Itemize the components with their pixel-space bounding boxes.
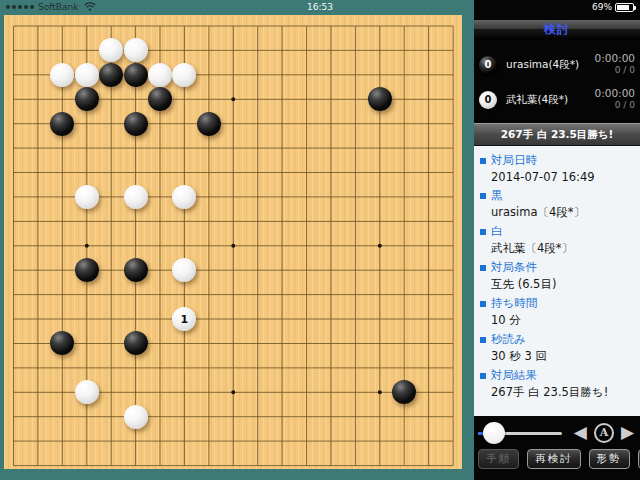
info-item-white: 白 武礼葉〔4段*〕	[478, 224, 636, 256]
white-stone	[148, 63, 172, 87]
bullet-icon	[480, 229, 486, 235]
info-label: 対局結果	[491, 368, 537, 383]
black-stone	[124, 258, 148, 282]
black-stone	[50, 112, 74, 136]
panel-title: 検討	[544, 21, 570, 38]
info-value: urasima〔4段*〕	[491, 205, 636, 220]
info-label: 持ち時間	[491, 296, 537, 311]
black-clock-time: 0:00:00	[595, 52, 635, 65]
info-item-main-time: 持ち時間 10 分	[478, 296, 636, 328]
black-captures-stone-icon: 0	[479, 56, 497, 74]
white-captures-stone-icon: 0	[479, 91, 497, 109]
info-item-result: 対局結果 267手 白 23.5目勝ち!	[478, 368, 636, 400]
white-stone	[124, 405, 148, 429]
white-stone	[75, 380, 99, 404]
go-board-area: 1	[0, 0, 474, 480]
slider-thumb[interactable]	[483, 422, 505, 444]
white-player-name: 武礼葉(4段*)	[506, 93, 595, 107]
white-stone	[124, 38, 148, 62]
info-value: 30 秒 3 回	[491, 349, 636, 364]
board-grid	[4, 15, 462, 469]
status-bar: SoftBank 16:53 69%	[0, 0, 640, 15]
black-stone	[124, 112, 148, 136]
black-player-clock: 0:00:00 0 / 0	[595, 52, 635, 76]
go-board[interactable]: 1	[4, 15, 462, 469]
bullet-icon	[480, 373, 486, 379]
next-move-button[interactable]: ▶	[621, 424, 634, 441]
info-value: 267手 白 23.5目勝ち!	[491, 385, 636, 400]
status-clock: 16:53	[0, 2, 640, 12]
game-info-list: 対局日時 2014-07-07 16:49 黒 urasima〔4段*〕 白 武…	[474, 146, 640, 416]
white-clock-periods: 0 / 0	[595, 100, 635, 111]
result-bar: 267手 白 23.5目勝ち!	[474, 123, 640, 146]
info-label: 対局日時	[491, 153, 537, 168]
player-row-black: 0 urasima(4段*) 0:00:00 0 / 0	[479, 47, 635, 82]
bullet-icon	[480, 158, 486, 164]
info-item-black: 黒 urasima〔4段*〕	[478, 188, 636, 220]
auto-play-button[interactable]: A	[594, 423, 614, 443]
bullet-icon	[480, 337, 486, 343]
black-stone	[75, 87, 99, 111]
review-panel: 検討 0 urasima(4段*) 0:00:00 0 / 0 0 武礼葉(4段…	[474, 0, 640, 480]
black-stone	[124, 331, 148, 355]
move-slider[interactable]	[478, 422, 562, 444]
players-section: 0 urasima(4段*) 0:00:00 0 / 0 0 武礼葉(4段*) …	[474, 39, 640, 123]
bullet-icon	[480, 265, 486, 271]
white-stone	[124, 185, 148, 209]
battery-percent: 69%	[592, 2, 612, 12]
bullet-icon	[480, 301, 486, 307]
info-label: 白	[491, 224, 503, 239]
panel-header: 検討	[474, 20, 640, 39]
black-stone	[368, 87, 392, 111]
info-value: 武礼葉〔4段*〕	[491, 241, 636, 256]
white-stone	[75, 63, 99, 87]
black-player-name: urasima(4段*)	[506, 58, 595, 72]
black-stone	[197, 112, 221, 136]
white-stone	[50, 63, 74, 87]
info-item-byoyomi: 秒読み 30 秒 3 回	[478, 332, 636, 364]
score-estimate-button[interactable]: 形勢	[589, 449, 630, 469]
moves-button[interactable]: 手順	[478, 449, 519, 469]
re-review-button[interactable]: 再検討	[527, 449, 581, 469]
bullet-icon	[480, 193, 486, 199]
battery-icon	[615, 3, 634, 12]
white-clock-time: 0:00:00	[595, 87, 635, 100]
black-stone	[75, 258, 99, 282]
player-row-white: 0 武礼葉(4段*) 0:00:00 0 / 0	[479, 82, 635, 117]
info-label: 対局条件	[491, 260, 537, 275]
black-stone	[124, 63, 148, 87]
info-label: 秒読み	[491, 332, 526, 347]
info-value: 2014-07-07 16:49	[491, 170, 636, 184]
prev-move-button[interactable]: ◀	[574, 424, 587, 441]
playback-controls: ◀ A ▶ 手順 再検討 形勢 終了	[474, 416, 640, 480]
white-stone	[75, 185, 99, 209]
info-label: 黒	[491, 188, 503, 203]
white-player-clock: 0:00:00 0 / 0	[595, 87, 635, 111]
info-value: 互先 (6.5目)	[491, 277, 636, 292]
info-item-date: 対局日時 2014-07-07 16:49	[478, 153, 636, 184]
black-stone	[99, 63, 123, 87]
black-clock-periods: 0 / 0	[595, 65, 635, 76]
info-item-conditions: 対局条件 互先 (6.5目)	[478, 260, 636, 292]
info-value: 10 分	[491, 313, 636, 328]
